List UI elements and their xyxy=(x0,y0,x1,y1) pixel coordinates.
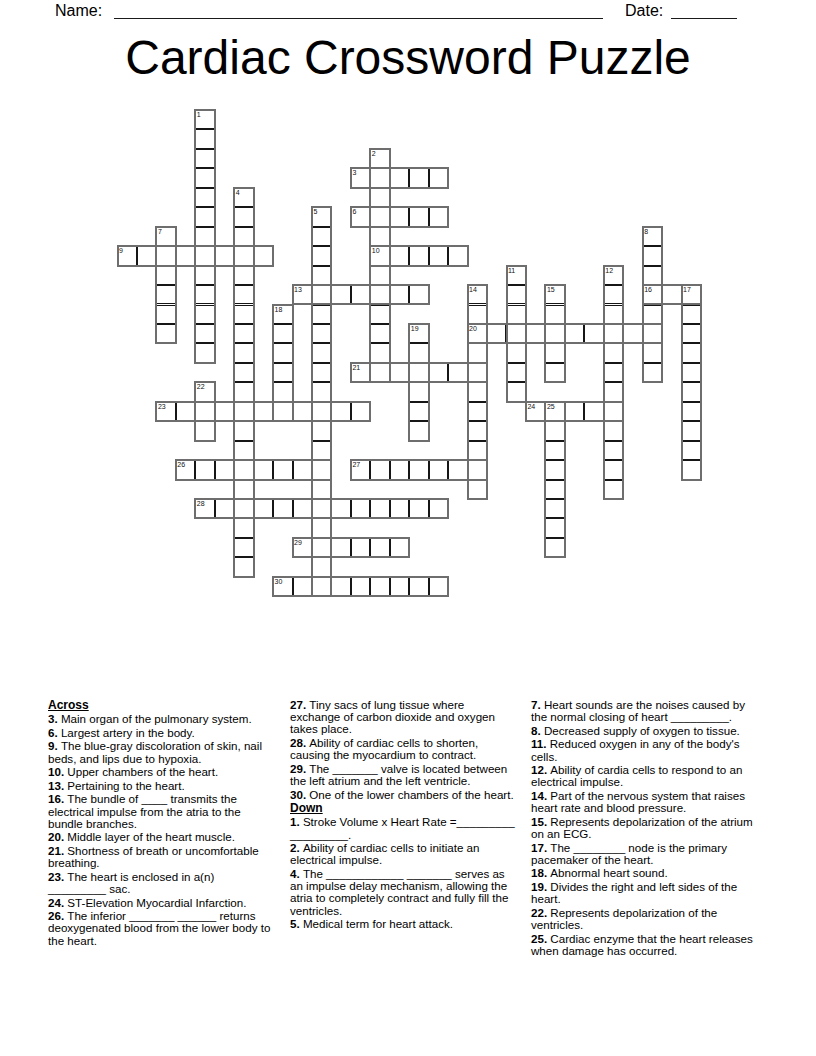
cell-number-30: 30 xyxy=(275,578,283,586)
clue-30: 30. One of the lower chambers of the hea… xyxy=(290,789,516,801)
grid-cell-r16c6[interactable] xyxy=(234,421,253,440)
grid-cell-r12c29[interactable] xyxy=(682,343,701,362)
clue-23: 23. The heart is enclosed in a(n) ______… xyxy=(48,871,274,895)
grid-cell-r10c13[interactable] xyxy=(370,305,389,324)
grid-cell-r5c15[interactable] xyxy=(409,207,428,226)
cell-number-14: 14 xyxy=(469,286,477,294)
grid-cell-r12c22[interactable] xyxy=(545,343,564,362)
grid-cell-r13c10[interactable] xyxy=(312,363,331,382)
grid-cell-r9c6[interactable] xyxy=(234,285,253,304)
grid-cell-r19c18[interactable] xyxy=(468,480,487,499)
clues-heading-across: Across xyxy=(48,699,274,711)
grid-cell-r11c10[interactable] xyxy=(312,324,331,343)
grid-cell-r9c2[interactable] xyxy=(156,285,175,304)
grid-cell-r13c18[interactable] xyxy=(468,363,487,382)
grid-cell-r6c6[interactable] xyxy=(234,227,253,246)
cell-number-4: 4 xyxy=(236,189,240,197)
cell-number-8: 8 xyxy=(644,228,648,236)
grid-cell-r11c8[interactable] xyxy=(273,324,292,343)
cell-number-2: 2 xyxy=(372,150,376,158)
grid-cell-r11c25[interactable] xyxy=(604,324,623,343)
grid-cell-r18c16[interactable] xyxy=(429,460,448,479)
grid-cell-r16c18[interactable] xyxy=(468,421,487,440)
clue-24: 24. ST-Elevation Myocardial Infarction. xyxy=(48,897,274,909)
grid-cell-r10c18[interactable] xyxy=(468,305,487,324)
grid-cell-r7c27[interactable] xyxy=(643,246,662,265)
clue-20: 20. Middle layer of the heart muscle. xyxy=(48,831,274,843)
clue-14: 14. Part of the nervous system that rais… xyxy=(531,790,757,814)
grid-cell-r7c1[interactable] xyxy=(137,246,156,265)
grid-cell-r19c6[interactable] xyxy=(234,480,253,499)
clue-5: 5. Medical term for heart attack. xyxy=(290,918,516,930)
clue-8: 8. Decreased supply of oxygen to tissue. xyxy=(531,725,757,737)
worksheet-page: Name: Date: Cardiac Crossword Puzzle 123… xyxy=(0,0,816,1056)
clue-21: 21. Shortness of breath or uncomfortable… xyxy=(48,845,274,869)
grid-cell-r16c15[interactable] xyxy=(409,421,428,440)
grid-cell-r9c25[interactable] xyxy=(604,285,623,304)
grid-cell-r19c10[interactable] xyxy=(312,480,331,499)
grid-cell-r7c14[interactable] xyxy=(390,246,409,265)
clue-18: 18. Abnormal heart sound. xyxy=(531,867,757,879)
grid-cell-r20c10[interactable] xyxy=(312,499,331,518)
clue-28: 28. Ability of cardiac cells to shorten,… xyxy=(290,737,516,761)
grid-cell-r9c20[interactable] xyxy=(507,285,526,304)
grid-cell-r5c14[interactable] xyxy=(390,207,409,226)
grid-cell-r24c10[interactable] xyxy=(312,577,331,596)
grid-cell-r10c29[interactable] xyxy=(682,305,701,324)
grid-cell-r11c4[interactable] xyxy=(195,324,214,343)
grid-cell-r12c10[interactable] xyxy=(312,343,331,362)
grid-cell-r7c2[interactable] xyxy=(156,246,175,265)
grid-cell-r12c20[interactable] xyxy=(507,343,526,362)
clue-11: 11. Reduced oxygen in any of the body's … xyxy=(531,738,757,762)
grid-cell-r12c6[interactable] xyxy=(234,343,253,362)
grid-cell-r14c29[interactable] xyxy=(682,382,701,401)
grid-cell-r16c4[interactable] xyxy=(195,421,214,440)
grid-cell-r20c5[interactable] xyxy=(215,499,234,518)
grid-cell-r24c11[interactable] xyxy=(331,577,350,596)
grid-cell-r12c8[interactable] xyxy=(273,343,292,362)
grid-cell-r22c22[interactable] xyxy=(545,538,564,557)
grid-cell-r13c25[interactable] xyxy=(604,363,623,382)
grid-cell-r21c22[interactable] xyxy=(545,518,564,537)
grid-cell-r9c28[interactable] xyxy=(662,285,681,304)
grid-cell-r9c11[interactable] xyxy=(331,285,350,304)
grid-cell-r14c10[interactable] xyxy=(312,382,331,401)
grid-cell-r22c14[interactable] xyxy=(390,538,409,557)
grid-cell-r8c13[interactable] xyxy=(370,266,389,285)
grid-cell-r11c27[interactable] xyxy=(643,324,662,343)
grid-cell-r11c19[interactable] xyxy=(487,324,506,343)
grid-cell-r14c20[interactable] xyxy=(507,382,526,401)
grid-cell-r15c9[interactable] xyxy=(293,402,312,421)
grid-cell-r3c4[interactable] xyxy=(195,168,214,187)
grid-cell-r17c22[interactable] xyxy=(545,441,564,460)
grid-cell-r8c6[interactable] xyxy=(234,266,253,285)
cell-number-22: 22 xyxy=(197,383,205,391)
grid-cell-r20c15[interactable] xyxy=(409,499,428,518)
grid-cell-r16c29[interactable] xyxy=(682,421,701,440)
cell-number-21: 21 xyxy=(352,364,360,372)
clue-16: 16. The bundle of ____ transmits the ele… xyxy=(48,793,274,830)
grid-cell-r18c4[interactable] xyxy=(195,460,214,479)
grid-cell-r20c22[interactable] xyxy=(545,499,564,518)
grid-cell-r18c10[interactable] xyxy=(312,460,331,479)
grid-cell-r18c29[interactable] xyxy=(682,460,701,479)
grid-cell-r20c7[interactable] xyxy=(254,499,273,518)
grid-cell-r18c25[interactable] xyxy=(604,460,623,479)
grid-cell-r13c6[interactable] xyxy=(234,363,253,382)
clues-column-2: 27. Tiny sacs of lung tissue where excha… xyxy=(290,699,516,932)
grid-cell-r13c15[interactable] xyxy=(409,363,428,382)
grid-cell-r9c13[interactable] xyxy=(370,285,389,304)
cell-number-9: 9 xyxy=(119,247,123,255)
grid-cell-r15c18[interactable] xyxy=(468,402,487,421)
clues-column-3: 7. Heart sounds are the noises caused by… xyxy=(531,699,757,958)
grid-cell-r20c13[interactable] xyxy=(370,499,389,518)
grid-cell-r15c8[interactable] xyxy=(273,402,292,421)
grid-cell-r10c22[interactable] xyxy=(545,305,564,324)
grid-cell-r23c10[interactable] xyxy=(312,557,331,576)
grid-cell-r24c12[interactable] xyxy=(351,577,370,596)
grid-cell-r22c10[interactable] xyxy=(312,538,331,557)
clue-13: 13. Pertaining to the heart. xyxy=(48,780,274,792)
cell-number-12: 12 xyxy=(605,267,613,275)
grid-cell-r21c6[interactable] xyxy=(234,518,253,537)
grid-cell-r18c6[interactable] xyxy=(234,460,253,479)
grid-cell-r7c6[interactable] xyxy=(234,246,253,265)
grid-cell-r9c15[interactable] xyxy=(409,285,428,304)
grid-cell-r7c16[interactable] xyxy=(429,246,448,265)
grid-cell-r15c29[interactable] xyxy=(682,402,701,421)
clue-6: 6. Largest artery in the body. xyxy=(48,727,274,739)
clue-2: 2. Ability of cardiac cells to initiate … xyxy=(290,842,516,866)
grid-cell-r19c22[interactable] xyxy=(545,480,564,499)
grid-cell-r2c4[interactable] xyxy=(195,149,214,168)
grid-cell-r7c17[interactable] xyxy=(448,246,467,265)
grid-cell-r18c14[interactable] xyxy=(390,460,409,479)
grid-cell-r9c10[interactable] xyxy=(312,285,331,304)
grid-cell-r16c10[interactable] xyxy=(312,421,331,440)
grid-cell-r11c23[interactable] xyxy=(565,324,584,343)
grid-cell-r7c10[interactable] xyxy=(312,246,331,265)
clue-3: 3. Main organ of the pulmonary system. xyxy=(48,713,274,725)
grid-cell-r13c29[interactable] xyxy=(682,363,701,382)
clue-10: 10. Upper chambers of the heart. xyxy=(48,766,274,778)
grid-cell-r22c11[interactable] xyxy=(331,538,350,557)
grid-cell-r13c8[interactable] xyxy=(273,363,292,382)
grid-cell-r14c15[interactable] xyxy=(409,382,428,401)
cell-number-29: 29 xyxy=(294,539,302,547)
grid-cell-r15c5[interactable] xyxy=(215,402,234,421)
grid-cell-r17c25[interactable] xyxy=(604,441,623,460)
grid-cell-r13c22[interactable] xyxy=(545,363,564,382)
grid-cell-r11c22[interactable] xyxy=(545,324,564,343)
grid-cell-r18c17[interactable] xyxy=(448,460,467,479)
grid-cell-r17c29[interactable] xyxy=(682,441,701,460)
grid-cell-r13c16[interactable] xyxy=(429,363,448,382)
grid-cell-r17c6[interactable] xyxy=(234,441,253,460)
grid-cell-r18c9[interactable] xyxy=(293,460,312,479)
cell-number-23: 23 xyxy=(158,403,166,411)
grid-cell-r14c8[interactable] xyxy=(273,382,292,401)
grid-cell-r15c3[interactable] xyxy=(176,402,195,421)
clue-25: 25. Cardiac enzyme that the heart releas… xyxy=(531,933,757,957)
grid-cell-r12c25[interactable] xyxy=(604,343,623,362)
grid-cell-r18c15[interactable] xyxy=(409,460,428,479)
grid-cell-r20c14[interactable] xyxy=(390,499,409,518)
grid-cell-r11c13[interactable] xyxy=(370,324,389,343)
clue-1: 1. Stroke Volume x Heart Rate =_________… xyxy=(290,816,516,840)
grid-cell-r10c4[interactable] xyxy=(195,305,214,324)
grid-cell-r10c27[interactable] xyxy=(643,305,662,324)
grid-cell-r24c14[interactable] xyxy=(390,577,409,596)
clue-19: 19. Divides the right and left sides of … xyxy=(531,881,757,905)
grid-cell-r14c25[interactable] xyxy=(604,382,623,401)
grid-cell-r13c20[interactable] xyxy=(507,363,526,382)
cell-number-16: 16 xyxy=(644,286,652,294)
grid-cell-r11c29[interactable] xyxy=(682,324,701,343)
grid-cell-r5c6[interactable] xyxy=(234,207,253,226)
grid-cell-r20c6[interactable] xyxy=(234,499,253,518)
grid-cell-r16c22[interactable] xyxy=(545,421,564,440)
grid-cell-r8c4[interactable] xyxy=(195,266,214,285)
grid-cell-r18c7[interactable] xyxy=(254,460,273,479)
clue-27: 27. Tiny sacs of lung tissue where excha… xyxy=(290,699,516,736)
cell-number-3: 3 xyxy=(352,169,356,177)
cell-number-13: 13 xyxy=(294,286,302,294)
grid-cell-r3c13[interactable] xyxy=(370,168,389,187)
grid-cell-r4c13[interactable] xyxy=(370,188,389,207)
grid-cell-r18c18[interactable] xyxy=(468,460,487,479)
grid-cell-r11c21[interactable] xyxy=(526,324,545,343)
grid-cell-r10c2[interactable] xyxy=(156,305,175,324)
grid-cell-r14c18[interactable] xyxy=(468,382,487,401)
clue-9: 9. The blue-gray discoloration of skin, … xyxy=(48,740,274,764)
clue-15: 15. Represents depolarization of the atr… xyxy=(531,816,757,840)
grid-cell-r20c9[interactable] xyxy=(293,499,312,518)
grid-cell-r22c12[interactable] xyxy=(351,538,370,557)
grid-cell-r20c12[interactable] xyxy=(351,499,370,518)
grid-cell-r12c4[interactable] xyxy=(195,343,214,362)
crossword-grid: 1234567891011121314151617181920212223242… xyxy=(0,0,816,700)
grid-cell-r14c6[interactable] xyxy=(234,382,253,401)
grid-cell-r24c16[interactable] xyxy=(429,577,448,596)
cell-number-10: 10 xyxy=(372,247,380,255)
grid-cell-r21c10[interactable] xyxy=(312,518,331,537)
grid-cell-r5c4[interactable] xyxy=(195,207,214,226)
grid-cell-r3c16[interactable] xyxy=(429,168,448,187)
cell-number-15: 15 xyxy=(547,286,555,294)
grid-cell-r15c7[interactable] xyxy=(254,402,273,421)
grid-cell-r15c10[interactable] xyxy=(312,402,331,421)
grid-cell-r13c13[interactable] xyxy=(370,363,389,382)
grid-cell-r15c24[interactable] xyxy=(584,402,603,421)
grid-cell-r11c26[interactable] xyxy=(623,324,642,343)
grid-cell-r5c13[interactable] xyxy=(370,207,389,226)
cell-number-24: 24 xyxy=(527,403,535,411)
grid-cell-r11c2[interactable] xyxy=(156,324,175,343)
grid-cell-r15c4[interactable] xyxy=(195,402,214,421)
grid-cell-r7c4[interactable] xyxy=(195,246,214,265)
grid-cell-r7c15[interactable] xyxy=(409,246,428,265)
grid-cell-r24c13[interactable] xyxy=(370,577,389,596)
grid-cell-r13c17[interactable] xyxy=(448,363,467,382)
cell-number-27: 27 xyxy=(352,461,360,469)
grid-cell-r15c25[interactable] xyxy=(604,402,623,421)
clue-7: 7. Heart sounds are the noises caused by… xyxy=(531,699,757,723)
cell-number-5: 5 xyxy=(314,208,318,216)
grid-cell-r6c10[interactable] xyxy=(312,227,331,246)
grid-cell-r24c9[interactable] xyxy=(293,577,312,596)
grid-cell-r24c15[interactable] xyxy=(409,577,428,596)
grid-cell-r11c6[interactable] xyxy=(234,324,253,343)
grid-cell-r13c27[interactable] xyxy=(643,363,662,382)
grid-cell-r9c14[interactable] xyxy=(390,285,409,304)
grid-cell-r22c6[interactable] xyxy=(234,538,253,557)
grid-cell-r3c14[interactable] xyxy=(390,168,409,187)
cell-number-11: 11 xyxy=(508,267,515,275)
grid-cell-r17c10[interactable] xyxy=(312,441,331,460)
grid-cell-r12c13[interactable] xyxy=(370,343,389,362)
grid-cell-r8c2[interactable] xyxy=(156,266,175,285)
grid-cell-r7c7[interactable] xyxy=(254,246,273,265)
grid-cell-r7c5[interactable] xyxy=(215,246,234,265)
grid-cell-r10c25[interactable] xyxy=(604,305,623,324)
grid-cell-r3c15[interactable] xyxy=(409,168,428,187)
grid-cell-r6c4[interactable] xyxy=(195,227,214,246)
grid-cell-r18c5[interactable] xyxy=(215,460,234,479)
grid-cell-r15c15[interactable] xyxy=(409,402,428,421)
grid-cell-r4c4[interactable] xyxy=(195,188,214,207)
grid-cell-r11c24[interactable] xyxy=(584,324,603,343)
cell-number-6: 6 xyxy=(352,208,356,216)
grid-cell-r11c20[interactable] xyxy=(507,324,526,343)
grid-cell-r20c11[interactable] xyxy=(331,499,350,518)
grid-cell-r20c8[interactable] xyxy=(273,499,292,518)
grid-cell-r12c27[interactable] xyxy=(643,343,662,362)
grid-cell-r16c25[interactable] xyxy=(604,421,623,440)
grid-cell-r15c11[interactable] xyxy=(331,402,350,421)
grid-cell-r5c16[interactable] xyxy=(429,207,448,226)
clue-26: 26. The inferior _______ ______ returns … xyxy=(48,910,274,947)
grid-cell-r10c10[interactable] xyxy=(312,305,331,324)
grid-cell-r12c18[interactable] xyxy=(468,343,487,362)
grid-cell-r6c13[interactable] xyxy=(370,227,389,246)
cell-number-26: 26 xyxy=(177,461,185,469)
cell-number-19: 19 xyxy=(411,325,419,333)
clue-12: 12. Ability of cardia cells to respond t… xyxy=(531,764,757,788)
grid-cell-r18c13[interactable] xyxy=(370,460,389,479)
cell-number-1: 1 xyxy=(197,111,201,119)
cell-number-25: 25 xyxy=(547,403,555,411)
grid-cell-r17c18[interactable] xyxy=(468,441,487,460)
grid-cell-r10c6[interactable] xyxy=(234,305,253,324)
grid-cell-r15c6[interactable] xyxy=(234,402,253,421)
grid-cell-r9c4[interactable] xyxy=(195,285,214,304)
grid-cell-r1c4[interactable] xyxy=(195,129,214,148)
grid-cell-r20c16[interactable] xyxy=(429,499,448,518)
cell-number-20: 20 xyxy=(469,325,477,333)
clues-column-1: Across3. Main organ of the pulmonary sys… xyxy=(48,699,274,948)
cell-number-7: 7 xyxy=(158,228,162,236)
grid-cell-r15c12[interactable] xyxy=(351,402,370,421)
clue-22: 22. Represents depolarization of the ven… xyxy=(531,907,757,931)
grid-cell-r18c22[interactable] xyxy=(545,460,564,479)
grid-cell-r23c6[interactable] xyxy=(234,557,253,576)
clues-heading-down: Down xyxy=(290,802,516,814)
grid-cell-r18c8[interactable] xyxy=(273,460,292,479)
clue-29: 29. The _______ valve is located between… xyxy=(290,763,516,787)
grid-cell-r7c3[interactable] xyxy=(176,246,195,265)
cell-number-17: 17 xyxy=(683,286,691,294)
cell-number-28: 28 xyxy=(197,500,205,508)
grid-cell-r22c13[interactable] xyxy=(370,538,389,557)
clue-4: 4. The ____________ _______ serves as an… xyxy=(290,868,516,917)
grid-cell-r10c20[interactable] xyxy=(507,305,526,324)
grid-cell-r13c14[interactable] xyxy=(390,363,409,382)
grid-cell-r19c25[interactable] xyxy=(604,480,623,499)
grid-cell-r15c23[interactable] xyxy=(565,402,584,421)
clue-17: 17. The ________ node is the primary pac… xyxy=(531,842,757,866)
grid-cell-r12c15[interactable] xyxy=(409,343,428,362)
grid-cell-r8c10[interactable] xyxy=(312,266,331,285)
grid-cell-r8c27[interactable] xyxy=(643,266,662,285)
grid-cell-r9c12[interactable] xyxy=(351,285,370,304)
cell-number-18: 18 xyxy=(275,306,283,314)
